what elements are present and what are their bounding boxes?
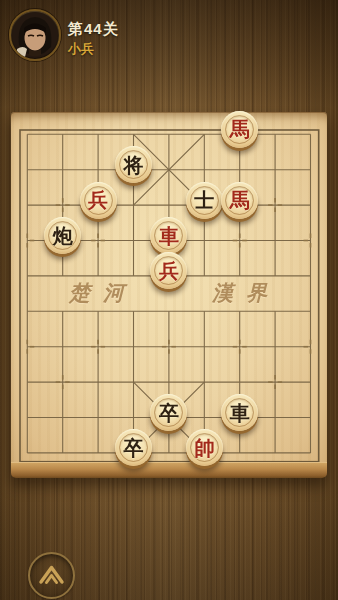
chevron-up-icon: [30, 554, 73, 597]
piece-character: 馬: [230, 190, 250, 210]
piece-black-chariot[interactable]: 車: [221, 394, 258, 431]
wood-background: 第44关 小兵 楚河 漢界 馬将兵士馬炮車兵卒車卒帥: [0, 0, 338, 600]
expand-button[interactable]: [28, 552, 75, 599]
piece-character: 車: [230, 403, 250, 423]
piece-character: 車: [159, 226, 179, 246]
piece-red-general[interactable]: 帥: [186, 429, 223, 466]
board-front-edge: [11, 462, 327, 478]
piece-black-advisor[interactable]: 士: [186, 182, 223, 219]
piece-character: 馬: [230, 119, 250, 139]
avatar-portrait: [11, 11, 59, 59]
river-label-left: 楚河: [69, 280, 137, 306]
piece-character: 兵: [88, 190, 108, 210]
river-label-right: 漢界: [212, 280, 280, 306]
piece-red-soldier[interactable]: 兵: [80, 182, 117, 219]
stage-name-label: 小兵: [68, 40, 94, 58]
piece-character: 帥: [194, 438, 214, 458]
piece-red-horse[interactable]: 馬: [221, 182, 258, 219]
piece-character: 将: [124, 155, 144, 175]
piece-black-general[interactable]: 将: [115, 146, 152, 183]
piece-red-horse[interactable]: 馬: [221, 111, 258, 148]
player-avatar[interactable]: [9, 9, 61, 61]
piece-black-cannon[interactable]: 炮: [44, 217, 81, 254]
level-label: 第44关: [68, 20, 119, 39]
piece-character: 卒: [124, 438, 144, 458]
piece-character: 卒: [159, 403, 179, 423]
piece-character: 炮: [53, 226, 73, 246]
piece-character: 兵: [159, 261, 179, 281]
xiangqi-board: 楚河 漢界 馬将兵士馬炮車兵卒車卒帥: [11, 112, 327, 478]
piece-character: 士: [194, 190, 214, 210]
